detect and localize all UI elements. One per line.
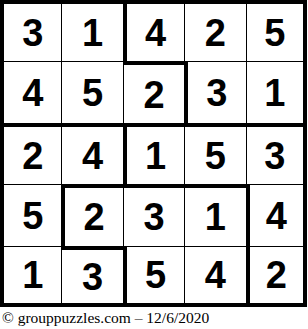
- cell-r2c5: 1: [246, 61, 307, 122]
- cell-r1c3: 4: [123, 0, 184, 61]
- cell-r4c1: 5: [0, 184, 61, 245]
- cell-r2c1: 4: [0, 61, 61, 122]
- cell-r1c1: 3: [0, 0, 61, 61]
- cell-r5c2: 3: [61, 246, 122, 307]
- cell-r2c4: 3: [184, 61, 245, 122]
- copyright-footer: © grouppuzzles.com – 12/6/2020: [2, 309, 308, 327]
- cell-r5c4: 4: [184, 246, 245, 307]
- cell-r3c3: 1: [123, 123, 184, 184]
- cell-r2c2: 5: [61, 61, 122, 122]
- cell-r3c2: 4: [61, 123, 122, 184]
- sudoku-board: 3142545231241535231413542: [0, 0, 307, 307]
- cell-r3c4: 5: [184, 123, 245, 184]
- cell-r1c5: 5: [246, 0, 307, 61]
- cell-r4c3: 3: [123, 184, 184, 245]
- cell-r4c2: 2: [61, 184, 122, 245]
- cell-r1c4: 2: [184, 0, 245, 61]
- cell-r3c5: 3: [246, 123, 307, 184]
- cell-r1c2: 1: [61, 0, 122, 61]
- cell-r4c5: 4: [246, 184, 307, 245]
- cell-r5c1: 1: [0, 246, 61, 307]
- cell-r2c3: 2: [123, 61, 184, 122]
- cell-r5c5: 2: [246, 246, 307, 307]
- cell-r4c4: 1: [184, 184, 245, 245]
- cell-r5c3: 5: [123, 246, 184, 307]
- cell-r3c1: 2: [0, 123, 61, 184]
